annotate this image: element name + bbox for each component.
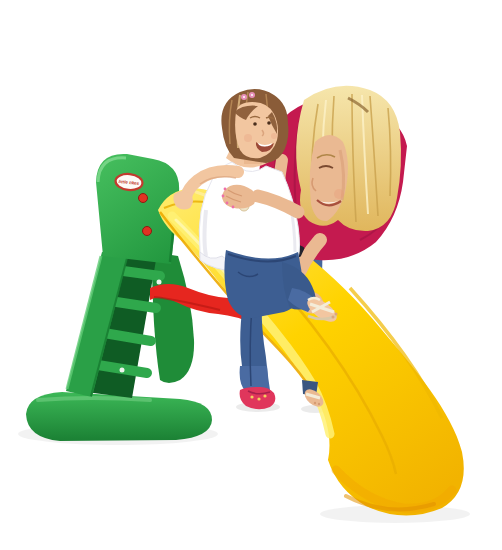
lock-button [139, 194, 148, 203]
ladder-step [110, 301, 156, 308]
adult-toe [314, 402, 316, 404]
product-photo: little tikes [0, 0, 502, 550]
adult-blush [334, 189, 344, 199]
child-eye [253, 122, 257, 126]
hair-clip-center [243, 96, 245, 98]
child-eye [267, 121, 271, 125]
child-toe [332, 316, 335, 319]
child-toe [335, 313, 338, 316]
pink-fingernail [224, 188, 227, 191]
shoe-flower [257, 397, 260, 400]
child-blush [244, 134, 252, 142]
child-top-shade-left [205, 210, 207, 256]
child-blush [271, 133, 277, 139]
lock-button [143, 227, 152, 236]
pink-fingernail [232, 206, 235, 209]
hair-clip-center [251, 94, 253, 96]
pink-fingernail [222, 195, 225, 198]
screw [120, 368, 125, 373]
ladder-base-highlight [38, 398, 150, 400]
slide-photo-canvas: little tikes [0, 0, 502, 550]
shoe-flower [250, 395, 253, 398]
pink-fingernail [226, 202, 229, 205]
shoe-flower [263, 394, 266, 397]
screw [157, 280, 162, 285]
adult-toe [318, 403, 320, 405]
